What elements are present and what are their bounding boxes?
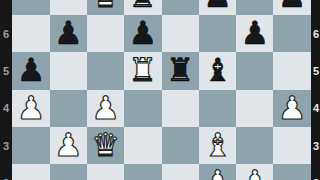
square-a5[interactable]: ♟ [12, 52, 49, 89]
rank-label-right-2: 2 [311, 177, 320, 180]
square-a2[interactable] [12, 164, 49, 180]
chess-board-crop: ♛♜♟♟♟♟♟♟♜♜♝♟♟♟♟♛♝♟♟ 6 5 4 3 2 6 5 4 3 2 [0, 0, 320, 180]
square-f7[interactable]: ♟ [199, 0, 236, 15]
square-f6[interactable] [199, 15, 236, 52]
piece-black-pawn-d6[interactable]: ♟ [129, 15, 158, 52]
piece-black-pawn-a5[interactable]: ♟ [17, 52, 46, 89]
piece-white-pawn-h4[interactable]: ♟ [278, 90, 307, 127]
piece-black-pawn-g6[interactable]: ♟ [240, 15, 269, 52]
piece-white-queen-c7[interactable]: ♛ [91, 0, 120, 15]
square-f4[interactable] [199, 90, 236, 127]
rank-label-right-5: 5 [311, 65, 320, 77]
piece-white-queen-c3[interactable]: ♛ [91, 127, 120, 164]
square-c4[interactable]: ♟ [87, 90, 124, 127]
square-g3[interactable] [236, 127, 273, 164]
square-b3[interactable]: ♟ [50, 127, 87, 164]
square-d3[interactable] [124, 127, 161, 164]
square-g5[interactable] [236, 52, 273, 89]
square-f3[interactable]: ♝ [199, 127, 236, 164]
square-c2[interactable] [87, 164, 124, 180]
square-f2[interactable]: ♟ [199, 164, 236, 180]
piece-black-rook-e5[interactable]: ♜ [166, 52, 195, 89]
square-d7[interactable]: ♜ [124, 0, 161, 15]
square-e3[interactable] [162, 127, 199, 164]
chess-board: ♛♜♟♟♟♟♟♟♜♜♝♟♟♟♟♛♝♟♟ [12, 0, 310, 180]
square-e5[interactable]: ♜ [162, 52, 199, 89]
piece-white-pawn-c4[interactable]: ♟ [91, 90, 120, 127]
square-a3[interactable] [12, 127, 49, 164]
piece-white-bishop-f3[interactable]: ♝ [203, 127, 232, 164]
square-b2[interactable] [50, 164, 87, 180]
piece-black-pawn-f7[interactable]: ♟ [203, 0, 232, 15]
rank-label-right-3: 3 [311, 140, 320, 152]
square-b4[interactable] [50, 90, 87, 127]
square-g7[interactable] [236, 0, 273, 15]
square-f5[interactable]: ♝ [199, 52, 236, 89]
square-e2[interactable] [162, 164, 199, 180]
piece-black-rook-d7[interactable]: ♜ [129, 0, 158, 15]
piece-white-pawn-a4[interactable]: ♟ [17, 90, 46, 127]
rank-label-right-4: 4 [311, 102, 320, 114]
square-b6[interactable]: ♟ [50, 15, 87, 52]
square-e4[interactable] [162, 90, 199, 127]
piece-white-pawn-g2[interactable]: ♟ [240, 164, 269, 180]
piece-black-bishop-f5[interactable]: ♝ [203, 52, 232, 89]
square-d6[interactable]: ♟ [124, 15, 161, 52]
square-h3[interactable] [273, 127, 310, 164]
piece-black-pawn-h7[interactable]: ♟ [278, 0, 307, 15]
square-g4[interactable] [236, 90, 273, 127]
square-h5[interactable] [273, 52, 310, 89]
rank-label-left-5: 5 [1, 65, 11, 77]
piece-white-rook-d5[interactable]: ♜ [129, 52, 158, 89]
square-h2[interactable] [273, 164, 310, 180]
rank-label-left-3: 3 [1, 140, 11, 152]
square-c5[interactable] [87, 52, 124, 89]
square-g6[interactable]: ♟ [236, 15, 273, 52]
square-h4[interactable]: ♟ [273, 90, 310, 127]
rank-label-left-4: 4 [1, 102, 11, 114]
square-h6[interactable] [273, 15, 310, 52]
rank-label-left-2: 2 [1, 177, 11, 180]
square-c6[interactable] [87, 15, 124, 52]
square-a4[interactable]: ♟ [12, 90, 49, 127]
piece-white-pawn-f2[interactable]: ♟ [203, 164, 232, 180]
square-e6[interactable] [162, 15, 199, 52]
square-d5[interactable]: ♜ [124, 52, 161, 89]
square-a6[interactable] [12, 15, 49, 52]
square-e7[interactable] [162, 0, 199, 15]
square-a7[interactable] [12, 0, 49, 15]
square-b7[interactable] [50, 0, 87, 15]
square-d4[interactable] [124, 90, 161, 127]
square-b5[interactable] [50, 52, 87, 89]
square-c3[interactable]: ♛ [87, 127, 124, 164]
square-g2[interactable]: ♟ [236, 164, 273, 180]
piece-black-pawn-b6[interactable]: ♟ [54, 15, 83, 52]
square-d2[interactable] [124, 164, 161, 180]
square-c7[interactable]: ♛ [87, 0, 124, 15]
rank-label-right-6: 6 [311, 28, 320, 40]
rank-label-left-6: 6 [1, 28, 11, 40]
square-h7[interactable]: ♟ [273, 0, 310, 15]
piece-white-pawn-b3[interactable]: ♟ [54, 127, 83, 164]
